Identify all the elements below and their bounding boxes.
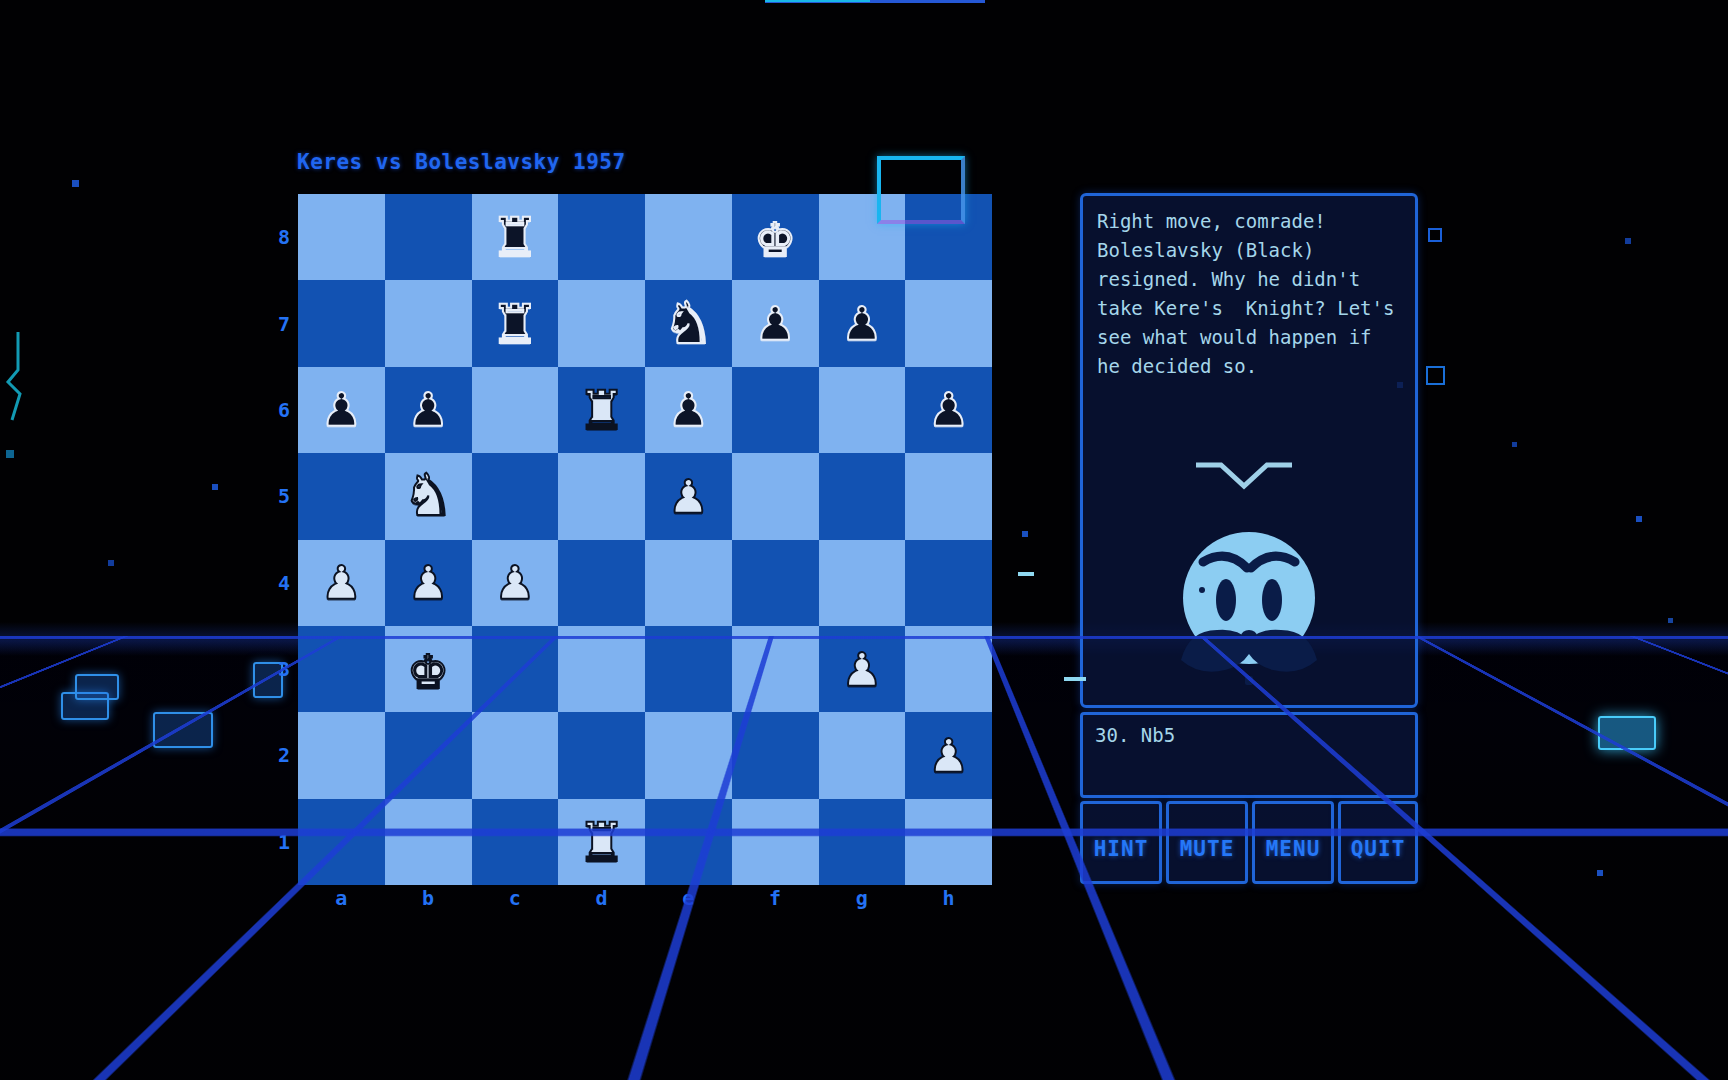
chess-board: ♜♚♜♞♟♟♟♟♜♟♟♞♟♟♟♟♚♟♟♜ [298,194,992,885]
particle [72,180,79,187]
particle [1512,442,1517,447]
square-f4[interactable] [732,540,819,626]
square-g6[interactable] [819,367,906,453]
square-g5[interactable] [819,453,906,539]
piece-black-rook: ♜ [495,288,535,354]
square-b1[interactable] [385,799,472,885]
square-a7[interactable] [298,280,385,366]
square-c3[interactable] [472,626,559,712]
selection-cursor [877,156,965,224]
square-d6[interactable]: ♜ [558,367,645,453]
square-e3[interactable] [645,626,732,712]
game-title: Keres vs Boleslavsky 1957 [297,150,626,174]
square-a3[interactable] [298,626,385,712]
file-label-a: a [298,886,385,914]
piece-black-pawn: ♟ [324,378,358,435]
file-label-b: b [385,886,472,914]
square-a5[interactable] [298,453,385,539]
square-e8[interactable] [645,194,732,280]
particle [1428,228,1442,242]
piece-black-pawn: ♟ [758,292,792,349]
piece-white-pawn: ♟ [671,465,705,522]
square-f6[interactable] [732,367,819,453]
piece-white-rook: ♜ [582,374,622,440]
particle [1636,516,1642,522]
glow-cube-bright [1598,716,1656,750]
particle [212,484,218,490]
square-c7[interactable]: ♜ [472,280,559,366]
square-f8[interactable]: ♚ [732,194,819,280]
square-e5[interactable]: ♟ [645,453,732,539]
glow-cube [75,674,119,700]
file-label-d: d [558,886,645,914]
square-a6[interactable]: ♟ [298,367,385,453]
square-h7[interactable] [905,280,992,366]
square-a4[interactable]: ♟ [298,540,385,626]
particle [108,560,114,566]
rank-label-8: 8 [252,194,290,280]
chevron-icon [1196,465,1292,486]
square-g2[interactable] [819,712,906,798]
square-c2[interactable] [472,712,559,798]
rank-label-4: 4 [252,540,290,626]
piece-black-pawn: ♟ [931,378,965,435]
square-h4[interactable] [905,540,992,626]
piece-white-pawn: ♟ [931,724,965,781]
piece-white-pawn: ♟ [411,551,445,608]
square-b5[interactable]: ♞ [385,453,472,539]
particle [1426,366,1445,385]
piece-black-king: ♚ [755,201,795,267]
coach-avatar [1169,452,1329,688]
hint-button[interactable]: HINT [1080,801,1162,884]
game-screen: Keres vs Boleslavsky 1957 87654321 ♜♚♜♞♟… [0,0,1728,1080]
rank-label-6: 6 [252,367,290,453]
move-text: 30. Nb5 [1095,724,1175,746]
square-a1[interactable] [298,799,385,885]
static-squiggle [4,330,34,470]
square-d5[interactable] [558,453,645,539]
file-labels: abcdefgh [298,886,992,914]
quit-button[interactable]: QUIT [1338,801,1418,884]
square-f5[interactable] [732,453,819,539]
rank-label-7: 7 [252,280,290,366]
square-d8[interactable] [558,194,645,280]
square-f2[interactable] [732,712,819,798]
rank-label-5: 5 [252,453,290,539]
square-d4[interactable] [558,540,645,626]
rank-label-3: 3 [252,626,290,712]
square-d1[interactable]: ♜ [558,799,645,885]
square-e2[interactable] [645,712,732,798]
square-b4[interactable]: ♟ [385,540,472,626]
piece-white-king: ♚ [408,633,448,699]
rank-label-1: 1 [252,799,290,885]
file-label-c: c [472,886,559,914]
square-h5[interactable] [905,453,992,539]
square-f3[interactable] [732,626,819,712]
move-list-box: 30. Nb5 [1080,712,1418,798]
piece-black-pawn: ♟ [411,378,445,435]
square-e6[interactable]: ♟ [645,367,732,453]
square-g3[interactable]: ♟ [819,626,906,712]
square-a2[interactable] [298,712,385,798]
file-label-f: f [732,886,819,914]
particle [1668,618,1673,623]
square-d2[interactable] [558,712,645,798]
square-f7[interactable]: ♟ [732,280,819,366]
square-b6[interactable]: ♟ [385,367,472,453]
mute-button[interactable]: MUTE [1166,801,1248,884]
square-e7[interactable]: ♞ [645,280,732,366]
square-c5[interactable] [472,453,559,539]
piece-black-pawn: ♟ [845,292,879,349]
rank-label-2: 2 [252,712,290,798]
coach-dialog-text: Right move, comrade! Boleslavsky (Black)… [1097,207,1405,381]
glow-cube [153,712,213,748]
particle [1597,870,1603,876]
square-h3[interactable] [905,626,992,712]
square-c6[interactable] [472,367,559,453]
square-h2[interactable]: ♟ [905,712,992,798]
square-d7[interactable] [558,280,645,366]
static-dash [1018,572,1034,576]
square-c4[interactable]: ♟ [472,540,559,626]
piece-white-pawn: ♟ [324,551,358,608]
square-d3[interactable] [558,626,645,712]
square-a8[interactable] [298,194,385,280]
square-c1[interactable] [472,799,559,885]
square-g4[interactable] [819,540,906,626]
rank-labels: 87654321 [252,194,290,885]
file-label-g: g [819,886,906,914]
piece-white-rook: ♜ [582,806,622,872]
file-label-h: h [905,886,992,914]
square-e1[interactable] [645,799,732,885]
menu-button[interactable]: MENU [1252,801,1334,884]
square-b8[interactable] [385,194,472,280]
piece-white-knight: ♞ [408,460,448,526]
piece-white-pawn: ♟ [845,638,879,695]
square-c8[interactable]: ♜ [472,194,559,280]
square-b2[interactable] [385,712,472,798]
piece-black-knight: ♞ [669,288,709,354]
particle [1625,238,1631,244]
square-b3[interactable]: ♚ [385,626,472,712]
piece-black-pawn: ♟ [671,378,705,435]
particle [1022,531,1028,537]
square-h1[interactable] [905,799,992,885]
static-dash [1064,677,1086,681]
square-f1[interactable] [732,799,819,885]
file-label-e: e [645,886,732,914]
square-h6[interactable]: ♟ [905,367,992,453]
piece-white-pawn: ♟ [498,551,532,608]
piece-black-rook: ♜ [495,201,535,267]
top-edge-line-cyan [765,0,870,2]
square-e4[interactable] [645,540,732,626]
square-g7[interactable]: ♟ [819,280,906,366]
square-b7[interactable] [385,280,472,366]
square-g1[interactable] [819,799,906,885]
